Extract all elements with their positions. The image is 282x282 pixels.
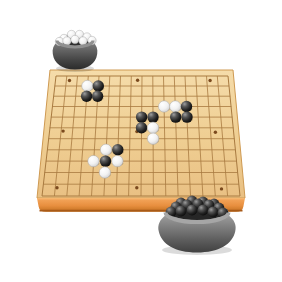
stone-black[interactable] (170, 111, 181, 122)
stone-white[interactable] (147, 133, 158, 144)
bowl-stone-black (198, 205, 209, 216)
stone-black[interactable] (81, 91, 92, 102)
stone-white[interactable] (82, 80, 93, 91)
star-point (61, 129, 64, 132)
stone-black[interactable] (181, 111, 192, 122)
stone-black[interactable] (100, 155, 111, 166)
star-point (214, 131, 217, 134)
bowl-stone-white (63, 37, 71, 45)
bowl-stone-white (79, 37, 87, 45)
star-point (55, 186, 58, 189)
goban[interactable] (37, 70, 245, 212)
stone-white[interactable] (100, 144, 111, 155)
stone-black[interactable] (93, 80, 104, 91)
stone-white[interactable] (147, 122, 158, 133)
bowl-stone-black (208, 207, 219, 218)
star-point (220, 187, 223, 190)
star-point (136, 79, 139, 82)
stone-black[interactable] (147, 111, 158, 122)
stone-black[interactable] (112, 144, 123, 155)
stone-black[interactable] (136, 122, 147, 133)
white-stone-bowl (53, 30, 98, 72)
bowl-stone-black (176, 206, 187, 217)
bowl-stone-white (71, 35, 79, 43)
stone-white[interactable] (99, 167, 110, 178)
go-board-scene (0, 0, 282, 282)
stone-white[interactable] (170, 101, 181, 112)
stone-white[interactable] (88, 155, 99, 166)
go-illustration (0, 0, 282, 282)
stone-white[interactable] (112, 155, 123, 166)
star-point (135, 186, 138, 189)
stone-black[interactable] (181, 101, 192, 112)
bowl-stone-black (187, 205, 198, 216)
star-point (68, 79, 71, 82)
stone-black[interactable] (136, 111, 147, 122)
stone-black[interactable] (92, 91, 103, 102)
star-point (208, 79, 211, 82)
stone-white[interactable] (158, 101, 169, 112)
